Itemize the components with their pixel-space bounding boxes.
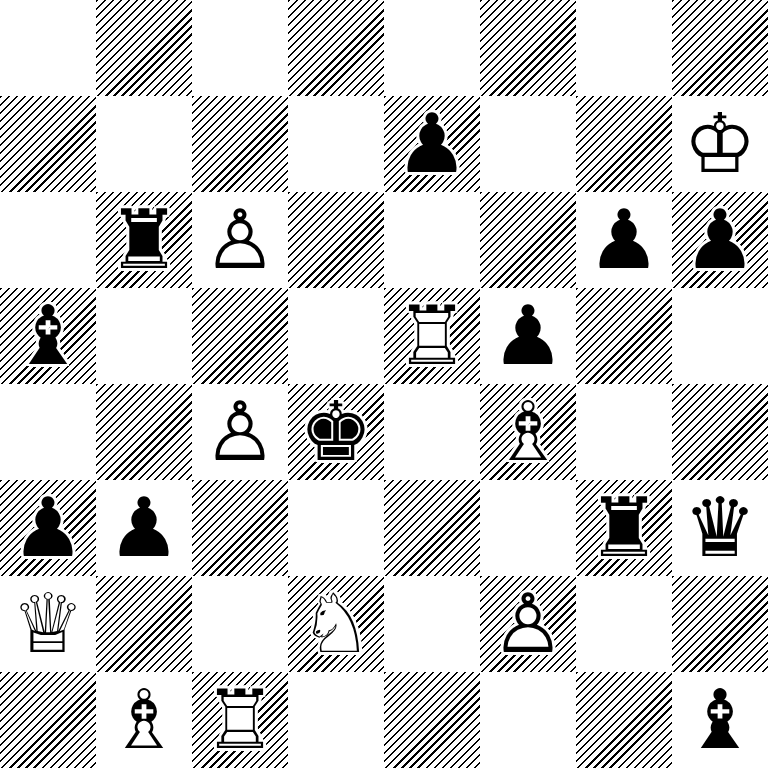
square-a4[interactable] bbox=[0, 384, 96, 480]
square-a6[interactable] bbox=[0, 192, 96, 288]
piece-white-pawn: ♟♙ bbox=[192, 384, 288, 480]
piece-white-bishop: ♝♗ bbox=[96, 672, 192, 768]
square-d7[interactable] bbox=[288, 96, 384, 192]
piece-black-pawn: ♟♟ bbox=[0, 480, 96, 576]
white-rook-icon: ♖ bbox=[192, 672, 288, 768]
piece-black-pawn: ♟♟ bbox=[480, 288, 576, 384]
white-queen-icon: ♕ bbox=[0, 576, 96, 672]
square-b6[interactable]: ♜♜ bbox=[96, 192, 192, 288]
square-b5[interactable] bbox=[96, 288, 192, 384]
square-c5[interactable] bbox=[192, 288, 288, 384]
piece-white-bishop: ♝♗ bbox=[480, 384, 576, 480]
square-g6[interactable]: ♟♟ bbox=[576, 192, 672, 288]
square-h1[interactable]: ♝♝ bbox=[672, 672, 768, 768]
square-e3[interactable] bbox=[384, 480, 480, 576]
black-rook-icon: ♜ bbox=[576, 480, 672, 576]
black-bishop-icon: ♝ bbox=[672, 672, 768, 768]
square-f3[interactable] bbox=[480, 480, 576, 576]
square-g7[interactable] bbox=[576, 96, 672, 192]
square-c2[interactable] bbox=[192, 576, 288, 672]
piece-black-bishop: ♝♝ bbox=[672, 672, 768, 768]
square-f8[interactable] bbox=[480, 0, 576, 96]
black-pawn-icon: ♟ bbox=[672, 192, 768, 288]
square-h5[interactable] bbox=[672, 288, 768, 384]
square-d2[interactable]: ♞♘ bbox=[288, 576, 384, 672]
piece-white-pawn: ♟♙ bbox=[192, 192, 288, 288]
piece-black-rook: ♜♜ bbox=[576, 480, 672, 576]
square-g8[interactable] bbox=[576, 0, 672, 96]
square-d1[interactable] bbox=[288, 672, 384, 768]
square-e4[interactable] bbox=[384, 384, 480, 480]
white-pawn-icon: ♙ bbox=[480, 576, 576, 672]
black-pawn-icon: ♟ bbox=[576, 192, 672, 288]
square-g4[interactable] bbox=[576, 384, 672, 480]
square-h7[interactable]: ♚♔ bbox=[672, 96, 768, 192]
square-a7[interactable] bbox=[0, 96, 96, 192]
square-a8[interactable] bbox=[0, 0, 96, 96]
square-h3[interactable]: ♛♛ bbox=[672, 480, 768, 576]
piece-black-king: ♚♚ bbox=[288, 384, 384, 480]
square-g2[interactable] bbox=[576, 576, 672, 672]
square-c1[interactable]: ♜♖ bbox=[192, 672, 288, 768]
piece-white-knight: ♞♘ bbox=[288, 576, 384, 672]
square-h4[interactable] bbox=[672, 384, 768, 480]
white-pawn-icon: ♙ bbox=[192, 384, 288, 480]
white-knight-icon: ♘ bbox=[288, 576, 384, 672]
square-b7[interactable] bbox=[96, 96, 192, 192]
square-g1[interactable] bbox=[576, 672, 672, 768]
white-rook-icon: ♖ bbox=[384, 288, 480, 384]
piece-black-rook: ♜♜ bbox=[96, 192, 192, 288]
square-d6[interactable] bbox=[288, 192, 384, 288]
square-a2[interactable]: ♛♕ bbox=[0, 576, 96, 672]
piece-black-pawn: ♟♟ bbox=[96, 480, 192, 576]
piece-white-king: ♚♔ bbox=[672, 96, 768, 192]
white-pawn-icon: ♙ bbox=[192, 192, 288, 288]
square-f5[interactable]: ♟♟ bbox=[480, 288, 576, 384]
black-pawn-icon: ♟ bbox=[0, 480, 96, 576]
piece-black-pawn: ♟♟ bbox=[576, 192, 672, 288]
square-b1[interactable]: ♝♗ bbox=[96, 672, 192, 768]
square-a5[interactable]: ♝♝ bbox=[0, 288, 96, 384]
white-bishop-icon: ♗ bbox=[480, 384, 576, 480]
black-pawn-icon: ♟ bbox=[384, 96, 480, 192]
square-b3[interactable]: ♟♟ bbox=[96, 480, 192, 576]
square-e2[interactable] bbox=[384, 576, 480, 672]
square-h2[interactable] bbox=[672, 576, 768, 672]
square-f1[interactable] bbox=[480, 672, 576, 768]
square-b4[interactable] bbox=[96, 384, 192, 480]
square-f7[interactable] bbox=[480, 96, 576, 192]
piece-white-pawn: ♟♙ bbox=[480, 576, 576, 672]
square-g3[interactable]: ♜♜ bbox=[576, 480, 672, 576]
black-pawn-icon: ♟ bbox=[96, 480, 192, 576]
piece-black-queen: ♛♛ bbox=[672, 480, 768, 576]
piece-white-queen: ♛♕ bbox=[0, 576, 96, 672]
square-e7[interactable]: ♟♟ bbox=[384, 96, 480, 192]
square-f6[interactable] bbox=[480, 192, 576, 288]
square-d5[interactable] bbox=[288, 288, 384, 384]
chess-board: ♟♟♚♔♜♜♟♙♟♟♟♟♝♝♜♖♟♟♟♙♚♚♝♗♟♟♟♟♜♜♛♛♛♕♞♘♟♙♝♗… bbox=[0, 0, 768, 768]
square-e5[interactable]: ♜♖ bbox=[384, 288, 480, 384]
square-c6[interactable]: ♟♙ bbox=[192, 192, 288, 288]
square-a1[interactable] bbox=[0, 672, 96, 768]
black-pawn-icon: ♟ bbox=[480, 288, 576, 384]
square-a3[interactable]: ♟♟ bbox=[0, 480, 96, 576]
black-king-icon: ♚ bbox=[288, 384, 384, 480]
square-d8[interactable] bbox=[288, 0, 384, 96]
square-g5[interactable] bbox=[576, 288, 672, 384]
square-h8[interactable] bbox=[672, 0, 768, 96]
square-d3[interactable] bbox=[288, 480, 384, 576]
square-b2[interactable] bbox=[96, 576, 192, 672]
square-e8[interactable] bbox=[384, 0, 480, 96]
black-rook-icon: ♜ bbox=[96, 192, 192, 288]
square-c8[interactable] bbox=[192, 0, 288, 96]
square-d4[interactable]: ♚♚ bbox=[288, 384, 384, 480]
square-b8[interactable] bbox=[96, 0, 192, 96]
square-f4[interactable]: ♝♗ bbox=[480, 384, 576, 480]
square-c4[interactable]: ♟♙ bbox=[192, 384, 288, 480]
square-e6[interactable] bbox=[384, 192, 480, 288]
square-f2[interactable]: ♟♙ bbox=[480, 576, 576, 672]
white-king-icon: ♔ bbox=[672, 96, 768, 192]
piece-white-rook: ♜♖ bbox=[192, 672, 288, 768]
square-h6[interactable]: ♟♟ bbox=[672, 192, 768, 288]
square-c7[interactable] bbox=[192, 96, 288, 192]
square-e1[interactable] bbox=[384, 672, 480, 768]
black-queen-icon: ♛ bbox=[672, 480, 768, 576]
piece-black-pawn: ♟♟ bbox=[672, 192, 768, 288]
piece-white-rook: ♜♖ bbox=[384, 288, 480, 384]
white-bishop-icon: ♗ bbox=[96, 672, 192, 768]
piece-black-bishop: ♝♝ bbox=[0, 288, 96, 384]
square-c3[interactable] bbox=[192, 480, 288, 576]
black-bishop-icon: ♝ bbox=[0, 288, 96, 384]
piece-black-pawn: ♟♟ bbox=[384, 96, 480, 192]
